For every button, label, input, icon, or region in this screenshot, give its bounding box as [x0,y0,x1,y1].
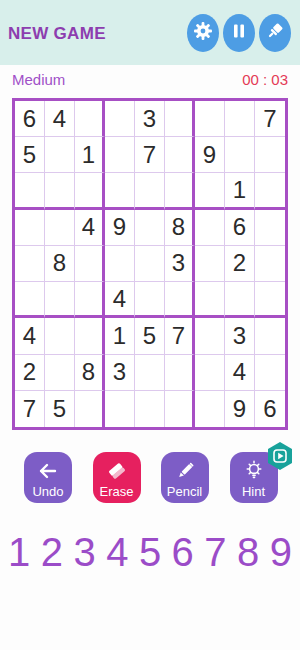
number-pad: 123456789 [8,527,292,577]
cell-r3c6[interactable] [165,173,195,209]
cell-r4c1[interactable] [15,210,45,246]
cell-r2c7[interactable]: 9 [195,137,225,173]
sudoku-app: NEW GAME [0,0,300,650]
numpad-2[interactable]: 2 [41,527,63,577]
cell-r3c5[interactable] [135,173,165,209]
cell-r3c1[interactable] [15,173,45,209]
cell-r1c3[interactable] [75,101,105,137]
cell-r9c1[interactable]: 7 [15,391,45,427]
cell-r1c2[interactable]: 4 [45,101,75,137]
cell-r6c8[interactable] [225,282,255,318]
cell-r6c2[interactable] [45,282,75,318]
cell-r8c5[interactable] [135,355,165,391]
cell-r2c1[interactable]: 5 [15,137,45,173]
cell-r9c8[interactable]: 9 [225,391,255,427]
page-title: NEW GAME [8,24,106,44]
cell-r5c9[interactable] [255,246,285,282]
cell-r6c5[interactable] [135,282,165,318]
cell-r9c2[interactable]: 5 [45,391,75,427]
cell-r2c5[interactable]: 7 [135,137,165,173]
cell-r8c9[interactable] [255,355,285,391]
cell-r7c7[interactable] [195,318,225,354]
pencil-label: Pencil [167,485,202,499]
pencil-icon [161,459,209,483]
cell-r5c5[interactable] [135,246,165,282]
erase-label: Erase [100,485,134,499]
cell-r1c9[interactable]: 7 [255,101,285,137]
eraser-icon [93,459,141,483]
numpad-7[interactable]: 7 [204,527,226,577]
cell-r4c3[interactable]: 4 [75,210,105,246]
cell-r7c1[interactable]: 4 [15,318,45,354]
numpad-1[interactable]: 1 [8,527,30,577]
undo-button[interactable]: Undo [24,452,72,503]
numpad-6[interactable]: 6 [172,527,194,577]
cell-r2c6[interactable] [165,137,195,173]
cell-r9c3[interactable] [75,391,105,427]
cell-r1c7[interactable] [195,101,225,137]
settings-button[interactable] [187,14,219,52]
cell-r4c2[interactable] [45,210,75,246]
cell-r5c2[interactable]: 8 [45,246,75,282]
cell-r1c1[interactable]: 6 [15,101,45,137]
cell-r5c4[interactable] [105,246,135,282]
cell-r9c4[interactable] [105,391,135,427]
cell-r6c6[interactable] [165,282,195,318]
cell-r4c8[interactable]: 6 [225,210,255,246]
numpad-9[interactable]: 9 [270,527,292,577]
timer: 00 : 03 [242,71,288,88]
cell-r1c6[interactable] [165,101,195,137]
cell-r7c4[interactable]: 1 [105,318,135,354]
erase-button[interactable]: Erase [93,452,141,503]
cell-r7c6[interactable]: 7 [165,318,195,354]
cell-r2c8[interactable] [225,137,255,173]
cell-r8c6[interactable] [165,355,195,391]
numpad-4[interactable]: 4 [106,527,128,577]
pause-button[interactable] [223,14,255,52]
cell-r4c6[interactable]: 8 [165,210,195,246]
cell-r2c9[interactable] [255,137,285,173]
undo-arrow-icon [24,459,72,483]
cell-r4c9[interactable] [255,210,285,246]
cell-r7c9[interactable] [255,318,285,354]
cell-r8c8[interactable]: 4 [225,355,255,391]
pencil-button[interactable]: Pencil [161,452,209,503]
cell-r5c8[interactable]: 2 [225,246,255,282]
sudoku-grid: 643751791498683244157328347596 [12,98,288,430]
cell-r1c4[interactable] [105,101,135,137]
cell-r6c4[interactable]: 4 [105,282,135,318]
pause-icon [231,23,247,43]
numpad-8[interactable]: 8 [237,527,259,577]
numpad-5[interactable]: 5 [139,527,161,577]
cell-r6c3[interactable] [75,282,105,318]
cell-r9c5[interactable] [135,391,165,427]
difficulty-label: Medium [12,71,65,88]
hint-label: Hint [242,485,265,499]
cell-r7c3[interactable] [75,318,105,354]
cell-r4c4[interactable]: 9 [105,210,135,246]
cell-r5c6[interactable]: 3 [165,246,195,282]
cell-r3c8[interactable]: 1 [225,173,255,209]
cell-r2c3[interactable]: 1 [75,137,105,173]
cell-r1c5[interactable]: 3 [135,101,165,137]
cell-r8c4[interactable]: 3 [105,355,135,391]
cell-r6c7[interactable] [195,282,225,318]
cell-r4c7[interactable] [195,210,225,246]
cell-r9c9[interactable]: 6 [255,391,285,427]
cell-r6c1[interactable] [15,282,45,318]
cell-r2c2[interactable] [45,137,75,173]
cell-r3c9[interactable] [255,173,285,209]
cell-r9c6[interactable] [165,391,195,427]
cell-r8c2[interactable] [45,355,75,391]
header-bar: NEW GAME [0,0,300,65]
cell-r3c3[interactable] [75,173,105,209]
undo-label: Undo [32,485,63,499]
cell-r5c3[interactable] [75,246,105,282]
cell-r9c7[interactable] [195,391,225,427]
theme-button[interactable] [259,14,291,52]
cell-r5c1[interactable] [15,246,45,282]
cell-r3c7[interactable] [195,173,225,209]
cell-r2c4[interactable] [105,137,135,173]
cell-r4c5[interactable] [135,210,165,246]
cell-r8c7[interactable] [195,355,225,391]
cell-r8c3[interactable]: 8 [75,355,105,391]
paintbrush-icon [265,21,285,45]
cell-r8c1[interactable]: 2 [15,355,45,391]
video-play-badge[interactable] [266,441,294,471]
cell-r3c2[interactable] [45,173,75,209]
numpad-3[interactable]: 3 [73,527,95,577]
cell-r7c8[interactable]: 3 [225,318,255,354]
gear-icon [193,21,213,45]
cell-r1c8[interactable] [225,101,255,137]
cell-r5c7[interactable] [195,246,225,282]
cell-r7c5[interactable]: 5 [135,318,165,354]
cell-r6c9[interactable] [255,282,285,318]
cell-r7c2[interactable] [45,318,75,354]
cell-r3c4[interactable] [105,173,135,209]
